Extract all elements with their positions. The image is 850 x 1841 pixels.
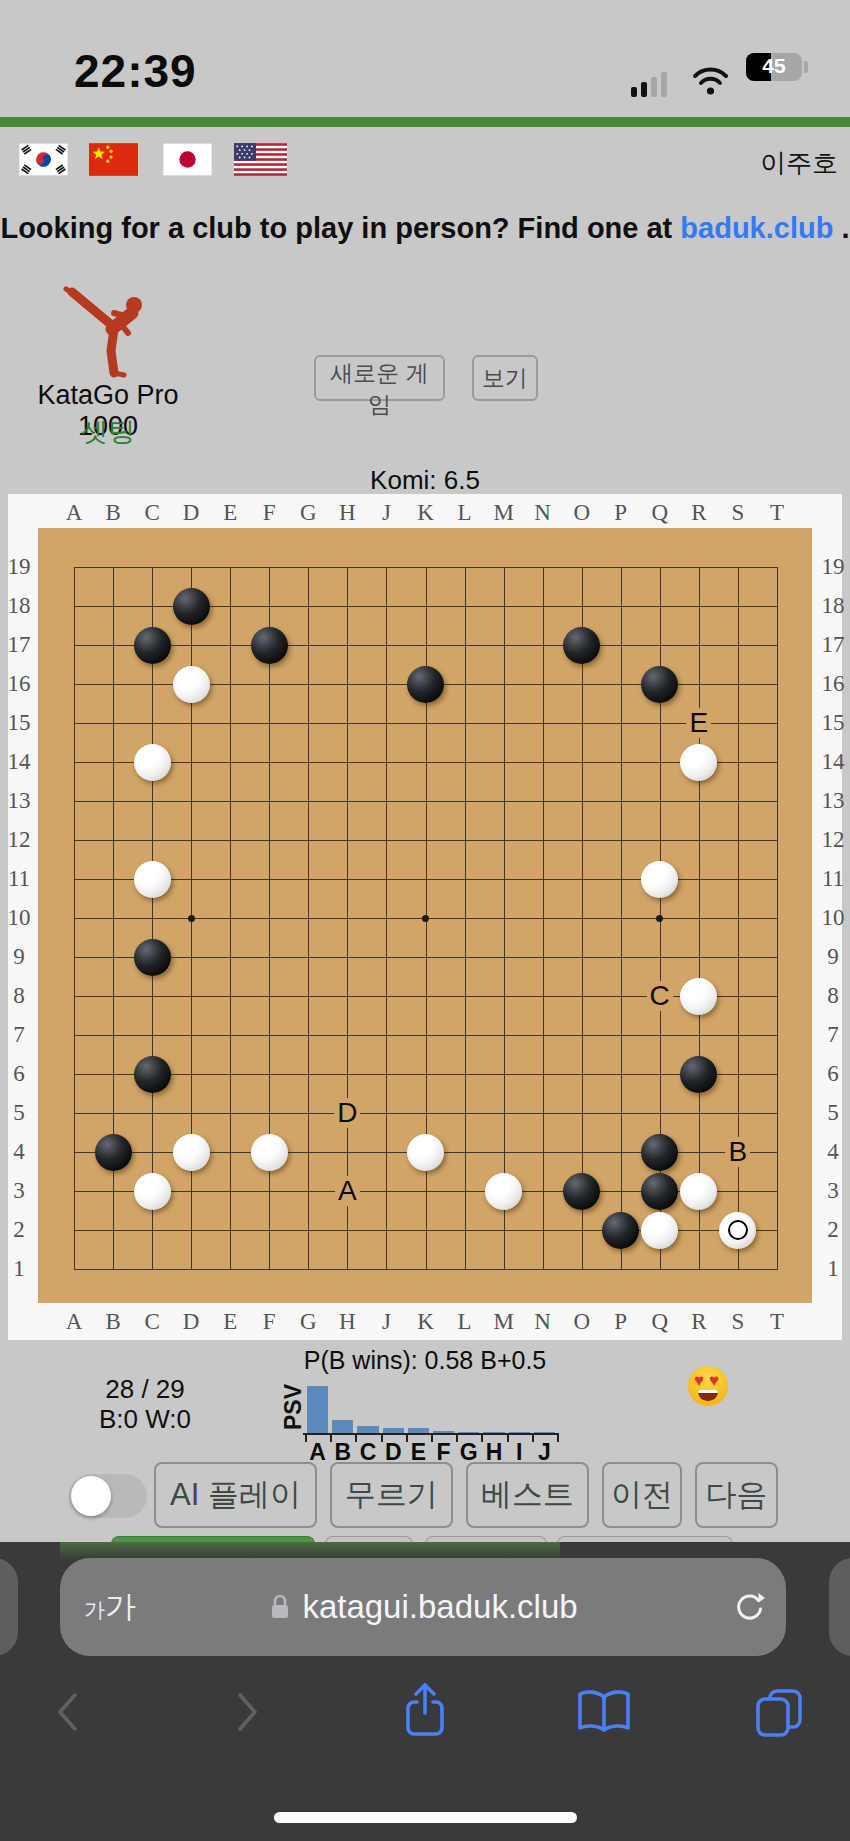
coord-label: 4 [13, 1139, 25, 1165]
white-stone-R8[interactable] [680, 978, 717, 1015]
coord-label: H [339, 500, 356, 526]
ai-toggle-switch[interactable] [69, 1474, 147, 1518]
axis-tick [456, 1435, 458, 1442]
analysis-label-C[interactable]: C [647, 981, 673, 1011]
black-stone-Q4[interactable] [641, 1134, 678, 1171]
black-stone-R6[interactable] [680, 1056, 717, 1093]
coord-label: 8 [13, 983, 25, 1009]
coord-label: T [770, 500, 784, 526]
battery-tip [804, 61, 808, 73]
coord-label: E [223, 1309, 237, 1335]
coord-label: N [534, 500, 551, 526]
battery-icon: 45 [746, 53, 802, 81]
coord-label: 17 [822, 632, 845, 658]
black-stone-F17[interactable] [251, 627, 288, 664]
coord-label: 12 [8, 827, 31, 853]
coord-label: 10 [8, 905, 31, 931]
coord-label: 15 [8, 710, 31, 736]
coord-label: S [732, 1309, 745, 1335]
coord-label: 14 [8, 749, 31, 775]
emoji-mouth [698, 1390, 718, 1401]
heart-eyes-emoji: ♥ ♥ [688, 1366, 728, 1406]
coord-label: 5 [13, 1100, 25, 1126]
settings-link[interactable]: 셋팅 [20, 414, 196, 450]
toggle-knob[interactable] [71, 1476, 111, 1516]
analysis-label-E[interactable]: E [686, 708, 711, 738]
coord-label: A [66, 500, 83, 526]
coord-label: 11 [822, 866, 844, 892]
axis-tick [507, 1435, 509, 1442]
iphone-screen: 22:39 45 [0, 0, 850, 1841]
battery-percent: 45 [746, 54, 802, 78]
text-size-small: 가 [84, 1598, 105, 1621]
axis-tick [355, 1435, 357, 1442]
black-stone-C9[interactable] [134, 939, 171, 976]
coord-label: 13 [822, 788, 845, 814]
black-stone-O17[interactable] [563, 627, 600, 664]
black-stone-Q16[interactable] [641, 666, 678, 703]
new-game-button[interactable]: 새로운 게임 [314, 355, 445, 401]
axis-tick [557, 1435, 559, 1442]
coord-label: 10 [822, 905, 845, 931]
south-korea-flag[interactable] [19, 143, 68, 176]
status-time: 22:39 [74, 44, 197, 98]
axis-tick [532, 1435, 534, 1442]
coord-label: 19 [8, 554, 31, 580]
coord-label: 12 [822, 827, 845, 853]
share-button[interactable] [402, 1681, 448, 1739]
white-stone-C11[interactable] [134, 861, 171, 898]
coord-label: 7 [827, 1022, 839, 1048]
coord-label: 3 [827, 1178, 839, 1204]
white-stone-S2[interactable] [719, 1212, 756, 1249]
board-grid[interactable]: ABCDE [54, 548, 796, 1289]
coord-label: O [573, 1309, 590, 1335]
china-flag[interactable] [89, 143, 138, 176]
psv-bar-F [433, 1431, 454, 1433]
coord-label: D [183, 1309, 200, 1335]
coord-label: 2 [13, 1217, 25, 1243]
coord-label: 9 [13, 944, 25, 970]
coord-label: 6 [827, 1061, 839, 1087]
coord-label: R [691, 500, 706, 526]
coord-label: G [300, 1309, 317, 1335]
coord-label: G [300, 500, 317, 526]
coord-label: K [417, 500, 434, 526]
coord-label: N [534, 1309, 551, 1335]
black-stone-B4[interactable] [95, 1134, 132, 1171]
coord-label: K [417, 1309, 434, 1335]
analysis-label-D[interactable]: D [334, 1098, 360, 1128]
move-counter: 28 / 29 [60, 1374, 230, 1405]
axis-tick [381, 1435, 383, 1442]
black-stone-P2[interactable] [602, 1212, 639, 1249]
psv-axis-label: PSV [280, 1384, 307, 1430]
url-text: katagui.baduk.club [302, 1588, 577, 1626]
coord-label: 16 [8, 671, 31, 697]
japan-flag[interactable] [163, 143, 212, 176]
coord-label: B [105, 1309, 120, 1335]
coord-label: B [105, 500, 120, 526]
coord-label: 13 [8, 788, 31, 814]
banner-text: Looking for a club to play in person? Fi… [0, 212, 680, 244]
coord-label: 4 [827, 1139, 839, 1165]
white-stone-K4[interactable] [407, 1134, 444, 1171]
previous-tab-edge[interactable] [0, 1558, 18, 1656]
coord-label: R [691, 1309, 706, 1335]
next-button[interactable]: 다음 [695, 1462, 778, 1528]
address-bar[interactable]: 가가 katagui.baduk.club [60, 1558, 786, 1656]
green-accent-bar [0, 117, 850, 127]
black-stone-C17[interactable] [134, 627, 171, 664]
coord-label: P [614, 1309, 627, 1335]
coord-label: Q [652, 500, 669, 526]
coord-label: 7 [13, 1022, 25, 1048]
black-stone-D18[interactable] [173, 588, 210, 625]
heart-eye-left: ♥ [694, 1372, 704, 1389]
text-size-large: 가 [105, 1589, 136, 1624]
star-point [188, 915, 195, 922]
taekwondo-kick-logo [62, 283, 154, 379]
previous-button[interactable]: 이전 [602, 1462, 682, 1528]
white-stone-D16[interactable] [173, 666, 210, 703]
coord-label: 19 [822, 554, 845, 580]
captures-label: B:0 W:0 [60, 1404, 230, 1435]
white-stone-D4[interactable] [173, 1134, 210, 1171]
forward-button[interactable] [234, 1691, 260, 1733]
lock-icon [268, 1593, 292, 1621]
coord-label: P [614, 500, 627, 526]
coord-label: O [573, 500, 590, 526]
win-rate-label: P(B wins): 0.58 B+0.5 [0, 1346, 850, 1375]
black-stone-C6[interactable] [134, 1056, 171, 1093]
back-button[interactable] [55, 1691, 81, 1733]
axis-tick [481, 1435, 483, 1442]
coord-label: 2 [827, 1217, 839, 1243]
club-banner: Looking for a club to play in person? Fi… [0, 212, 850, 245]
black-stone-K16[interactable] [407, 666, 444, 703]
coord-label: C [144, 1309, 159, 1335]
coord-label: 11 [8, 866, 30, 892]
axis-tick [305, 1435, 307, 1442]
banner-period: . [833, 212, 849, 244]
coord-label: L [458, 500, 472, 526]
coord-label: 1 [13, 1256, 25, 1282]
control-buttons-row: AI 플레이 무르기 베스트 이전 다음 [154, 1462, 778, 1528]
heart-eye-right: ♥ [709, 1372, 719, 1389]
coord-label: 6 [13, 1061, 25, 1087]
coord-label: D [183, 500, 200, 526]
undo-button[interactable]: 무르기 [330, 1462, 453, 1528]
analysis-label-A[interactable]: A [335, 1176, 360, 1206]
text-size-button[interactable]: 가가 [84, 1586, 136, 1628]
white-stone-F4[interactable] [251, 1134, 288, 1171]
coord-label: 14 [822, 749, 845, 775]
white-stone-M3[interactable] [485, 1173, 522, 1210]
psv-bar-B [332, 1420, 353, 1433]
coord-label: Q [652, 1309, 669, 1335]
last-move-marker [728, 1220, 748, 1240]
coord-label: 5 [827, 1100, 839, 1126]
white-stone-Q11[interactable] [641, 861, 678, 898]
coord-label: H [339, 1309, 356, 1335]
coord-label: J [382, 1309, 391, 1335]
psv-bar-A [307, 1386, 328, 1433]
black-stone-O3[interactable] [563, 1173, 600, 1210]
coord-label: 9 [827, 944, 839, 970]
black-stone-Q3[interactable] [641, 1173, 678, 1210]
psv-bar-C [357, 1426, 378, 1433]
coord-label: 18 [8, 593, 31, 619]
white-stone-R14[interactable] [680, 744, 717, 781]
united-states-flag[interactable] [234, 143, 283, 176]
white-stone-R3[interactable] [680, 1173, 717, 1210]
coord-label: 1 [827, 1256, 839, 1282]
coord-label: 8 [827, 983, 839, 1009]
white-stone-C14[interactable] [134, 744, 171, 781]
white-stone-Q2[interactable] [641, 1212, 678, 1249]
coord-label: 17 [8, 632, 31, 658]
tabs-button[interactable] [753, 1687, 805, 1737]
coord-label: J [382, 500, 391, 526]
coord-label: M [493, 500, 513, 526]
axis-tick [406, 1435, 408, 1442]
view-button[interactable]: 보기 [472, 355, 538, 401]
coord-label: 15 [822, 710, 845, 736]
star-point [422, 915, 429, 922]
star-point [656, 915, 663, 922]
username[interactable]: 이주호 [760, 146, 838, 181]
coord-label: 18 [822, 593, 845, 619]
ai-play-button[interactable]: AI 플레이 [154, 1462, 317, 1528]
psv-bar-D [383, 1428, 404, 1433]
coord-label: L [458, 1309, 472, 1335]
home-indicator[interactable] [274, 1812, 577, 1823]
coord-label: 16 [822, 671, 845, 697]
psv-bar-G [458, 1432, 479, 1433]
coord-label: 3 [13, 1178, 25, 1204]
psv-bar-H [483, 1432, 504, 1433]
next-tab-edge[interactable] [829, 1558, 850, 1656]
komi-label: Komi: 6.5 [0, 465, 850, 496]
coord-label: F [263, 500, 276, 526]
coord-label: A [66, 1309, 83, 1335]
axis-tick [431, 1435, 433, 1442]
coord-label: F [263, 1309, 276, 1335]
coord-label: C [144, 500, 159, 526]
coord-label: M [493, 1309, 513, 1335]
coord-label: S [732, 500, 745, 526]
axis-tick [330, 1435, 332, 1442]
psv-bar-E [408, 1428, 429, 1433]
bookmarks-button[interactable] [576, 1688, 632, 1736]
coord-label: E [223, 500, 237, 526]
baduk-club-link[interactable]: baduk.club [680, 212, 833, 244]
wifi-icon [692, 66, 729, 96]
psv-bar-I [509, 1432, 530, 1433]
coord-label: T [770, 1309, 784, 1335]
best-button[interactable]: 베스트 [466, 1462, 589, 1528]
reload-icon[interactable] [732, 1590, 766, 1624]
signal-strength-icon [631, 72, 667, 97]
analysis-label-B[interactable]: B [725, 1137, 750, 1167]
psv-bar-J [534, 1432, 555, 1433]
white-stone-C3[interactable] [134, 1173, 171, 1210]
